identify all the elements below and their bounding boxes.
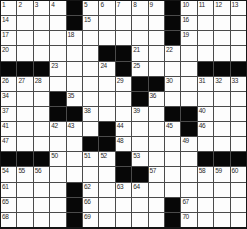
clue-number-37: 37	[2, 107, 8, 114]
clue-number-1: 1	[2, 1, 5, 8]
white-cell-r11c9[interactable]: 53	[132, 152, 147, 166]
white-cell-r2c7[interactable]	[99, 16, 114, 30]
black-cell-r14c11	[165, 198, 180, 212]
clue-number-65: 65	[2, 198, 8, 205]
white-cell-r7c1[interactable]: 34	[1, 92, 16, 106]
white-cell-r7c2[interactable]	[17, 92, 32, 106]
white-cell-r1c7[interactable]: 6	[99, 1, 114, 15]
white-cell-r7c10[interactable]: 36	[149, 92, 164, 106]
black-cell-r12c9	[132, 167, 147, 181]
clue-number-47: 47	[2, 137, 8, 144]
clue-number-51: 51	[84, 152, 90, 159]
black-cell-r11c3	[34, 152, 49, 166]
white-cell-r4c5[interactable]	[67, 46, 82, 60]
white-cell-r1c15[interactable]: 13	[231, 1, 246, 15]
white-cell-r3c2[interactable]	[17, 31, 32, 45]
white-cell-r9c13[interactable]: 46	[198, 122, 213, 136]
clue-number-60: 60	[232, 167, 238, 174]
clue-number-48: 48	[117, 137, 123, 144]
white-cell-r14c7[interactable]	[99, 198, 114, 212]
white-cell-r11c5[interactable]	[67, 152, 82, 166]
white-cell-r3c12[interactable]: 19	[181, 31, 196, 45]
white-cell-r11c4[interactable]: 50	[50, 152, 65, 166]
white-cell-r8c3[interactable]	[34, 107, 49, 121]
white-cell-r3c6[interactable]	[83, 31, 98, 45]
white-cell-r9c10[interactable]	[149, 122, 164, 136]
clue-number-15: 15	[84, 16, 90, 23]
clue-number-44: 44	[117, 122, 123, 129]
white-cell-r15c12[interactable]: 70	[181, 213, 196, 227]
black-cell-r11c14	[214, 152, 229, 166]
clue-number-6: 6	[100, 1, 103, 8]
black-cell-r5c2	[17, 62, 32, 76]
clue-number-69: 69	[84, 213, 90, 220]
white-cell-r12c1[interactable]: 54	[1, 167, 16, 181]
black-cell-r1c11	[165, 1, 180, 15]
white-cell-r13c7[interactable]	[99, 183, 114, 197]
clue-number-27: 27	[18, 77, 24, 84]
white-cell-r3c7[interactable]	[99, 31, 114, 45]
white-cell-r10c12[interactable]: 49	[181, 137, 196, 151]
white-cell-r7c11[interactable]	[165, 92, 180, 106]
black-cell-r9c7	[99, 122, 114, 136]
clue-number-23: 23	[51, 62, 57, 69]
clue-number-3: 3	[35, 1, 38, 8]
clue-number-50: 50	[51, 152, 57, 159]
clue-number-42: 42	[51, 122, 57, 129]
white-cell-r9c4[interactable]: 42	[50, 122, 65, 136]
black-cell-r2c5	[67, 16, 82, 30]
white-cell-r7c15[interactable]	[231, 92, 246, 106]
white-cell-r8c6[interactable]: 38	[83, 107, 98, 121]
black-cell-r5c13	[198, 62, 213, 76]
clue-number-39: 39	[133, 107, 139, 114]
white-cell-r8c14[interactable]	[214, 107, 229, 121]
white-cell-r12c4[interactable]	[50, 167, 65, 181]
white-cell-r6c1[interactable]: 26	[1, 77, 16, 91]
white-cell-r14c15[interactable]	[231, 198, 246, 212]
clue-number-55: 55	[18, 167, 24, 174]
white-cell-r13c6[interactable]: 62	[83, 183, 98, 197]
white-cell-r8c2[interactable]	[17, 107, 32, 121]
white-cell-r13c2[interactable]	[17, 183, 32, 197]
white-cell-r1c13[interactable]: 11	[198, 1, 213, 15]
clue-number-64: 64	[133, 183, 139, 190]
white-cell-r14c14[interactable]	[214, 198, 229, 212]
white-cell-r3c8[interactable]	[116, 31, 131, 45]
clue-number-63: 63	[117, 183, 123, 190]
clue-number-49: 49	[182, 137, 188, 144]
white-cell-r9c6[interactable]	[83, 122, 98, 136]
white-cell-r14c8[interactable]	[116, 198, 131, 212]
white-cell-r8c7[interactable]	[99, 107, 114, 121]
clue-number-45: 45	[166, 122, 172, 129]
clue-number-34: 34	[2, 92, 8, 99]
clue-number-43: 43	[68, 122, 74, 129]
white-cell-r2c14[interactable]	[214, 16, 229, 30]
black-cell-r6c9	[132, 77, 147, 91]
white-cell-r6c5[interactable]	[67, 77, 82, 91]
clue-number-53: 53	[133, 152, 139, 159]
white-cell-r12c15[interactable]: 60	[231, 167, 246, 181]
white-cell-r4c3[interactable]	[34, 46, 49, 60]
white-cell-r15c1[interactable]: 68	[1, 213, 16, 227]
clue-number-26: 26	[2, 77, 8, 84]
clue-number-25: 25	[133, 62, 139, 69]
white-cell-r9c14[interactable]	[214, 122, 229, 136]
white-cell-r13c9[interactable]: 64	[132, 183, 147, 197]
white-cell-r2c10[interactable]	[149, 16, 164, 30]
white-cell-r7c14[interactable]	[214, 92, 229, 106]
white-cell-r3c15[interactable]	[231, 31, 246, 45]
white-cell-r11c11[interactable]	[165, 152, 180, 166]
black-cell-r12c8	[116, 167, 131, 181]
white-cell-r13c14[interactable]	[214, 183, 229, 197]
white-cell-r6c13[interactable]: 31	[198, 77, 213, 91]
white-cell-r7c7[interactable]	[99, 92, 114, 106]
white-cell-r5c6[interactable]	[83, 62, 98, 76]
white-cell-r1c8[interactable]: 7	[116, 1, 131, 15]
clue-number-12: 12	[215, 1, 221, 8]
white-cell-r10c9[interactable]	[132, 137, 147, 151]
white-cell-r10c5[interactable]	[67, 137, 82, 151]
white-cell-r2c2[interactable]	[17, 16, 32, 30]
white-cell-r2c4[interactable]	[50, 16, 65, 30]
clue-number-2: 2	[18, 1, 21, 8]
white-cell-r15c7[interactable]	[99, 213, 114, 227]
white-cell-r9c11[interactable]: 45	[165, 122, 180, 136]
white-cell-r6c8[interactable]: 29	[116, 77, 131, 91]
white-cell-r5c9[interactable]: 25	[132, 62, 147, 76]
white-cell-r6c15[interactable]: 33	[231, 77, 246, 91]
white-cell-r4c11[interactable]: 22	[165, 46, 180, 60]
black-cell-r5c1	[1, 62, 16, 76]
white-cell-r10c2[interactable]	[17, 137, 32, 151]
black-cell-r3c11	[165, 31, 180, 45]
white-cell-r7c12[interactable]	[181, 92, 196, 106]
white-cell-r15c14[interactable]	[214, 213, 229, 227]
white-cell-r11c7[interactable]: 52	[99, 152, 114, 166]
white-cell-r10c10[interactable]	[149, 137, 164, 151]
white-cell-r1c2[interactable]: 2	[17, 1, 32, 15]
white-cell-r4c14[interactable]	[214, 46, 229, 60]
clue-number-31: 31	[199, 77, 205, 84]
white-cell-r4c15[interactable]	[231, 46, 246, 60]
white-cell-r13c11[interactable]	[165, 183, 180, 197]
white-cell-r12c2[interactable]: 55	[17, 167, 32, 181]
black-cell-r5c8	[116, 62, 131, 76]
white-cell-r13c12[interactable]	[181, 183, 196, 197]
clue-number-22: 22	[166, 46, 172, 53]
black-cell-r2c11	[165, 16, 180, 30]
clue-number-59: 59	[215, 167, 221, 174]
clue-number-33: 33	[232, 77, 238, 84]
white-cell-r14c10[interactable]	[149, 198, 164, 212]
white-cell-r12c13[interactable]: 58	[198, 167, 213, 181]
white-cell-r10c13[interactable]	[198, 137, 213, 151]
clue-number-32: 32	[215, 77, 221, 84]
clue-number-54: 54	[2, 167, 8, 174]
clue-number-21: 21	[133, 46, 139, 53]
black-cell-r8c12	[181, 107, 196, 121]
clue-number-46: 46	[199, 122, 205, 129]
white-cell-r1c10[interactable]: 9	[149, 1, 164, 15]
white-cell-r15c9[interactable]	[132, 213, 147, 227]
white-cell-r4c1[interactable]: 20	[1, 46, 16, 60]
white-cell-r14c1[interactable]: 65	[1, 198, 16, 212]
white-cell-r12c14[interactable]: 59	[214, 167, 229, 181]
white-cell-r4c13[interactable]	[198, 46, 213, 60]
white-cell-r2c1[interactable]: 14	[1, 16, 16, 30]
white-cell-r8c8[interactable]	[116, 107, 131, 121]
white-cell-r1c12[interactable]: 10	[181, 1, 196, 15]
white-cell-r14c3[interactable]	[34, 198, 49, 212]
clue-number-18: 18	[68, 31, 74, 38]
clue-number-24: 24	[100, 62, 106, 69]
white-cell-r10c15[interactable]	[231, 137, 246, 151]
black-cell-r11c8	[116, 152, 131, 166]
clue-number-13: 13	[232, 1, 238, 8]
white-cell-r14c6[interactable]: 66	[83, 198, 98, 212]
clue-number-4: 4	[51, 1, 54, 8]
white-cell-r4c6[interactable]	[83, 46, 98, 60]
black-cell-r5c14	[214, 62, 229, 76]
clue-number-38: 38	[84, 107, 90, 114]
black-cell-r13c5	[67, 183, 82, 197]
clue-number-29: 29	[117, 77, 123, 84]
black-cell-r11c2	[17, 152, 32, 166]
white-cell-r2c15[interactable]	[231, 16, 246, 30]
white-cell-r15c2[interactable]	[17, 213, 32, 227]
clue-number-40: 40	[199, 107, 205, 114]
white-cell-r6c6[interactable]	[83, 77, 98, 91]
black-cell-r8c4	[50, 107, 65, 121]
white-cell-r3c13[interactable]	[198, 31, 213, 45]
white-cell-r3c9[interactable]	[132, 31, 147, 45]
white-cell-r3c4[interactable]	[50, 31, 65, 45]
white-cell-r1c9[interactable]: 8	[132, 1, 147, 15]
white-cell-r10c3[interactable]	[34, 137, 49, 151]
clue-number-66: 66	[84, 198, 90, 205]
clue-number-19: 19	[182, 31, 188, 38]
clue-number-9: 9	[150, 1, 153, 8]
clue-number-30: 30	[166, 77, 172, 84]
white-cell-r9c15[interactable]	[231, 122, 246, 136]
white-cell-r15c8[interactable]	[116, 213, 131, 227]
white-cell-r8c10[interactable]	[149, 107, 164, 121]
white-cell-r15c13[interactable]	[198, 213, 213, 227]
clue-number-36: 36	[150, 92, 156, 99]
crossword-grid: 1234567891011121314151617181920212223242…	[0, 0, 247, 229]
white-cell-r15c10[interactable]	[149, 213, 164, 227]
white-cell-r6c3[interactable]: 28	[34, 77, 49, 91]
white-cell-r8c15[interactable]	[231, 107, 246, 121]
white-cell-r5c12[interactable]	[181, 62, 196, 76]
white-cell-r13c1[interactable]: 61	[1, 183, 16, 197]
white-cell-r4c9[interactable]: 21	[132, 46, 147, 60]
white-cell-r8c1[interactable]: 37	[1, 107, 16, 121]
black-cell-r6c10	[149, 77, 164, 91]
white-cell-r6c7[interactable]	[99, 77, 114, 91]
white-cell-r6c4[interactable]	[50, 77, 65, 91]
white-cell-r7c3[interactable]	[34, 92, 49, 106]
white-cell-r5c7[interactable]: 24	[99, 62, 114, 76]
white-cell-r4c4[interactable]	[50, 46, 65, 60]
white-cell-r6c14[interactable]: 32	[214, 77, 229, 91]
white-cell-r9c1[interactable]: 41	[1, 122, 16, 136]
black-cell-r11c13	[198, 152, 213, 166]
white-cell-r11c6[interactable]: 51	[83, 152, 98, 166]
black-cell-r15c11	[165, 213, 180, 227]
black-cell-r9c12	[181, 122, 196, 136]
white-cell-r2c3[interactable]	[34, 16, 49, 30]
white-cell-r12c7[interactable]	[99, 167, 114, 181]
white-cell-r6c11[interactable]: 30	[165, 77, 180, 91]
black-cell-r5c15	[231, 62, 246, 76]
white-cell-r2c13[interactable]	[198, 16, 213, 30]
white-cell-r12c3[interactable]: 56	[34, 167, 49, 181]
white-cell-r12c10[interactable]: 57	[149, 167, 164, 181]
clue-number-8: 8	[133, 1, 136, 8]
white-cell-r9c3[interactable]	[34, 122, 49, 136]
black-cell-r7c9	[132, 92, 147, 106]
white-cell-r12c5[interactable]	[67, 167, 82, 181]
white-cell-r5c11[interactable]	[165, 62, 180, 76]
white-cell-r8c13[interactable]: 40	[198, 107, 213, 121]
white-cell-r1c4[interactable]: 4	[50, 1, 65, 15]
white-cell-r9c8[interactable]: 44	[116, 122, 131, 136]
white-cell-r11c10[interactable]	[149, 152, 164, 166]
black-cell-r8c5	[67, 107, 82, 121]
white-cell-r3c10[interactable]	[149, 31, 164, 45]
white-cell-r13c4[interactable]	[50, 183, 65, 197]
white-cell-r7c8[interactable]	[116, 92, 131, 106]
clue-number-70: 70	[182, 213, 188, 220]
white-cell-r5c4[interactable]: 23	[50, 62, 65, 76]
black-cell-r11c1	[1, 152, 16, 166]
white-cell-r13c13[interactable]	[198, 183, 213, 197]
white-cell-r4c12[interactable]	[181, 46, 196, 60]
white-cell-r1c1[interactable]: 1	[1, 1, 16, 15]
clue-number-61: 61	[2, 183, 8, 190]
white-cell-r14c9[interactable]	[132, 198, 147, 212]
white-cell-r13c3[interactable]	[34, 183, 49, 197]
white-cell-r10c1[interactable]: 47	[1, 137, 16, 151]
clue-number-62: 62	[84, 183, 90, 190]
black-cell-r14c5	[67, 198, 82, 212]
white-cell-r15c15[interactable]	[231, 213, 246, 227]
white-cell-r3c5[interactable]: 18	[67, 31, 82, 45]
clue-number-56: 56	[35, 167, 41, 174]
black-cell-r15c5	[67, 213, 82, 227]
black-cell-r4c7	[99, 46, 114, 60]
white-cell-r15c4[interactable]	[50, 213, 65, 227]
white-cell-r13c15[interactable]	[231, 183, 246, 197]
clue-number-57: 57	[150, 167, 156, 174]
white-cell-r3c3[interactable]	[34, 31, 49, 45]
white-cell-r11c12[interactable]	[181, 152, 196, 166]
clue-number-28: 28	[35, 77, 41, 84]
white-cell-r6c12[interactable]	[181, 77, 196, 91]
white-cell-r7c5[interactable]: 35	[67, 92, 82, 106]
white-cell-r10c14[interactable]	[214, 137, 229, 151]
white-cell-r13c8[interactable]: 63	[116, 183, 131, 197]
white-cell-r2c8[interactable]	[116, 16, 131, 30]
clue-number-16: 16	[182, 16, 188, 23]
white-cell-r10c8[interactable]: 48	[116, 137, 131, 151]
clue-number-7: 7	[117, 1, 120, 8]
clue-number-35: 35	[68, 92, 74, 99]
white-cell-r15c3[interactable]	[34, 213, 49, 227]
white-cell-r14c2[interactable]	[17, 198, 32, 212]
white-cell-r9c9[interactable]	[132, 122, 147, 136]
clue-number-52: 52	[100, 152, 106, 159]
white-cell-r1c6[interactable]: 5	[83, 1, 98, 15]
white-cell-r14c12[interactable]: 67	[181, 198, 196, 212]
white-cell-r6c2[interactable]: 27	[17, 77, 32, 91]
white-cell-r9c5[interactable]: 43	[67, 122, 82, 136]
white-cell-r12c6[interactable]	[83, 167, 98, 181]
black-cell-r11c15	[231, 152, 246, 166]
black-cell-r10c7	[99, 137, 114, 151]
clue-number-68: 68	[2, 213, 8, 220]
white-cell-r1c3[interactable]: 3	[34, 1, 49, 15]
clue-number-10: 10	[182, 1, 188, 8]
white-cell-r2c12[interactable]: 16	[181, 16, 196, 30]
white-cell-r15c6[interactable]: 69	[83, 213, 98, 227]
white-cell-r9c2[interactable]	[17, 122, 32, 136]
white-cell-r4c10[interactable]	[149, 46, 164, 60]
white-cell-r4c2[interactable]	[17, 46, 32, 60]
clue-number-14: 14	[2, 16, 8, 23]
white-cell-r12c11[interactable]	[165, 167, 180, 181]
black-cell-r1c5	[67, 1, 82, 15]
white-cell-r3c14[interactable]	[214, 31, 229, 45]
white-cell-r1c14[interactable]: 12	[214, 1, 229, 15]
black-cell-r8c11	[165, 107, 180, 121]
white-cell-r7c6[interactable]	[83, 92, 98, 106]
clue-number-58: 58	[199, 167, 205, 174]
white-cell-r2c6[interactable]: 15	[83, 16, 98, 30]
black-cell-r4c8	[116, 46, 131, 60]
white-cell-r7c13[interactable]	[198, 92, 213, 106]
white-cell-r5c10[interactable]	[149, 62, 164, 76]
white-cell-r3c1[interactable]: 17	[1, 31, 16, 45]
clue-number-20: 20	[2, 46, 8, 53]
black-cell-r5c3	[34, 62, 49, 76]
black-cell-r7c4	[50, 92, 65, 106]
white-cell-r2c9[interactable]	[132, 16, 147, 30]
clue-number-17: 17	[2, 31, 8, 38]
white-cell-r14c13[interactable]	[198, 198, 213, 212]
clue-number-11: 11	[199, 1, 205, 8]
clue-number-5: 5	[84, 1, 87, 8]
white-cell-r14c4[interactable]	[50, 198, 65, 212]
white-cell-r5c5[interactable]	[67, 62, 82, 76]
white-cell-r10c11[interactable]	[165, 137, 180, 151]
white-cell-r12c12[interactable]	[181, 167, 196, 181]
white-cell-r8c9[interactable]: 39	[132, 107, 147, 121]
clue-number-41: 41	[2, 122, 8, 129]
white-cell-r10c4[interactable]	[50, 137, 65, 151]
white-cell-r13c10[interactable]	[149, 183, 164, 197]
clue-number-67: 67	[182, 198, 188, 205]
black-cell-r10c6	[83, 137, 98, 151]
